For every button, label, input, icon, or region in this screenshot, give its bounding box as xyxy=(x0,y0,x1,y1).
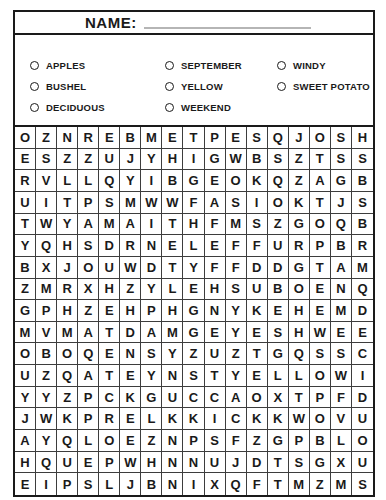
grid-cell[interactable]: I xyxy=(141,214,162,236)
grid-cell[interactable]: K xyxy=(120,387,141,409)
grid-cell[interactable]: N xyxy=(162,430,183,452)
grid-cell[interactable]: W xyxy=(141,192,162,214)
grid-cell[interactable]: E xyxy=(310,300,331,322)
grid-cell[interactable]: R xyxy=(120,235,141,257)
grid-cell[interactable]: J xyxy=(15,408,36,430)
grid-cell[interactable]: O xyxy=(310,127,331,149)
grid-cell[interactable]: H xyxy=(99,279,120,301)
grid-cell[interactable]: S xyxy=(352,192,373,214)
grid-cell[interactable]: N xyxy=(57,127,78,149)
grid-cell[interactable]: Q xyxy=(226,473,247,495)
grid-cell[interactable]: N xyxy=(162,473,183,495)
grid-cell[interactable]: S xyxy=(205,430,226,452)
grid-cell[interactable]: E xyxy=(15,149,36,171)
grid-cell[interactable]: H xyxy=(162,149,183,171)
grid-cell[interactable]: F xyxy=(205,214,226,236)
grid-cell[interactable]: V xyxy=(331,408,352,430)
grid-cell[interactable]: X xyxy=(205,473,226,495)
grid-cell[interactable]: Z xyxy=(226,343,247,365)
grid-cell[interactable]: S xyxy=(78,235,99,257)
grid-cell[interactable]: Q xyxy=(268,127,289,149)
grid-cell[interactable]: Z xyxy=(57,149,78,171)
grid-cell[interactable]: F xyxy=(247,473,268,495)
grid-cell[interactable]: R xyxy=(78,127,99,149)
grid-cell[interactable]: Y xyxy=(226,365,247,387)
grid-cell[interactable]: T xyxy=(99,322,120,344)
grid-cell[interactable]: F xyxy=(183,192,204,214)
circle-bullet-icon[interactable] xyxy=(30,103,39,112)
grid-cell[interactable]: S xyxy=(352,149,373,171)
grid-cell[interactable]: X xyxy=(268,387,289,409)
grid-cell[interactable]: D xyxy=(120,322,141,344)
grid-cell[interactable]: C xyxy=(205,387,226,409)
grid-cell[interactable]: C xyxy=(99,387,120,409)
grid-cell[interactable]: N xyxy=(183,452,204,474)
grid-cell[interactable]: N xyxy=(162,452,183,474)
grid-cell[interactable]: E xyxy=(331,322,352,344)
circle-bullet-icon[interactable] xyxy=(30,82,39,91)
grid-cell[interactable]: G xyxy=(141,387,162,409)
grid-cell[interactable]: O xyxy=(289,279,310,301)
grid-cell[interactable]: A xyxy=(226,387,247,409)
grid-cell[interactable]: Z xyxy=(268,214,289,236)
grid-cell[interactable]: E xyxy=(99,343,120,365)
grid-cell[interactable]: O xyxy=(78,257,99,279)
grid-cell[interactable]: T xyxy=(57,192,78,214)
grid-cell[interactable]: Z xyxy=(289,170,310,192)
grid-cell[interactable]: Q xyxy=(289,343,310,365)
grid-cell[interactable]: Y xyxy=(36,387,57,409)
grid-cell[interactable]: S xyxy=(331,149,352,171)
grid-cell[interactable]: S xyxy=(268,149,289,171)
grid-cell[interactable]: E xyxy=(247,365,268,387)
grid-cell[interactable]: W xyxy=(36,408,57,430)
grid-cell[interactable]: S xyxy=(310,343,331,365)
grid-cell[interactable]: G xyxy=(331,170,352,192)
grid-cell[interactable]: Z xyxy=(141,430,162,452)
grid-cell[interactable]: H xyxy=(289,300,310,322)
grid-cell[interactable]: K xyxy=(268,408,289,430)
grid-cell[interactable]: U xyxy=(247,279,268,301)
grid-cell[interactable]: D xyxy=(352,300,373,322)
grid-cell[interactable]: I xyxy=(183,473,204,495)
grid-cell[interactable]: L xyxy=(99,473,120,495)
grid-cell[interactable]: I xyxy=(352,365,373,387)
grid-cell[interactable]: E xyxy=(205,322,226,344)
grid-cell[interactable]: H xyxy=(289,322,310,344)
grid-cell[interactable]: B xyxy=(331,235,352,257)
grid-cell[interactable]: F xyxy=(247,235,268,257)
grid-cell[interactable]: L xyxy=(183,235,204,257)
grid-cell[interactable]: E xyxy=(162,235,183,257)
grid-cell[interactable]: C xyxy=(183,387,204,409)
grid-cell[interactable]: S xyxy=(352,473,373,495)
grid-cell[interactable]: K xyxy=(162,408,183,430)
grid-cell[interactable]: P xyxy=(141,300,162,322)
grid-cell[interactable]: D xyxy=(247,452,268,474)
grid-cell[interactable]: K xyxy=(247,300,268,322)
grid-cell[interactable]: C xyxy=(352,343,373,365)
grid-cell[interactable]: U xyxy=(99,257,120,279)
grid-cell[interactable]: N xyxy=(141,235,162,257)
grid-cell[interactable]: S xyxy=(183,365,204,387)
grid-cell[interactable]: Z xyxy=(183,343,204,365)
grid-cell[interactable]: Z xyxy=(247,430,268,452)
grid-cell[interactable]: S xyxy=(36,149,57,171)
grid-cell[interactable]: I xyxy=(141,170,162,192)
grid-cell[interactable]: H xyxy=(162,300,183,322)
grid-cell[interactable]: D xyxy=(141,257,162,279)
grid-cell[interactable]: P xyxy=(78,387,99,409)
grid-cell[interactable]: A xyxy=(331,257,352,279)
grid-cell[interactable]: B xyxy=(352,170,373,192)
grid-cell[interactable]: U xyxy=(205,452,226,474)
grid-cell[interactable]: Y xyxy=(226,322,247,344)
grid-cell[interactable]: J xyxy=(120,473,141,495)
grid-cell[interactable]: Z xyxy=(78,300,99,322)
grid-cell[interactable]: P xyxy=(310,387,331,409)
grid-cell[interactable]: T xyxy=(99,365,120,387)
grid-cell[interactable]: J xyxy=(57,257,78,279)
grid-cell[interactable]: T xyxy=(268,473,289,495)
grid-cell[interactable]: E xyxy=(226,127,247,149)
grid-cell[interactable]: G xyxy=(183,300,204,322)
circle-bullet-icon[interactable] xyxy=(277,82,286,91)
grid-cell[interactable]: P xyxy=(289,430,310,452)
grid-cell[interactable]: O xyxy=(99,430,120,452)
grid-cell[interactable]: F xyxy=(205,257,226,279)
grid-cell[interactable]: N xyxy=(331,279,352,301)
grid-cell[interactable]: O xyxy=(268,192,289,214)
grid-cell[interactable]: S xyxy=(247,214,268,236)
grid-cell[interactable]: M xyxy=(141,127,162,149)
grid-cell[interactable]: L xyxy=(162,279,183,301)
grid-cell[interactable]: T xyxy=(183,127,204,149)
grid-cell[interactable]: Z xyxy=(36,365,57,387)
grid-cell[interactable]: B xyxy=(268,279,289,301)
grid-cell[interactable]: Z xyxy=(78,149,99,171)
grid-cell[interactable]: C xyxy=(226,408,247,430)
grid-cell[interactable]: E xyxy=(352,322,373,344)
grid-cell[interactable]: S xyxy=(226,279,247,301)
grid-cell[interactable]: O xyxy=(247,387,268,409)
grid-cell[interactable]: H xyxy=(57,235,78,257)
grid-cell[interactable]: B xyxy=(162,170,183,192)
grid-cell[interactable]: T xyxy=(205,365,226,387)
grid-cell[interactable]: U xyxy=(15,365,36,387)
grid-cell[interactable]: A xyxy=(78,322,99,344)
grid-cell[interactable]: K xyxy=(247,170,268,192)
grid-cell[interactable]: H xyxy=(183,214,204,236)
grid-cell[interactable]: D xyxy=(99,235,120,257)
grid-cell[interactable]: A xyxy=(120,214,141,236)
grid-cell[interactable]: S xyxy=(331,127,352,149)
grid-cell[interactable]: H xyxy=(120,300,141,322)
grid-cell[interactable]: Z xyxy=(310,473,331,495)
grid-cell[interactable]: G xyxy=(183,322,204,344)
grid-cell[interactable]: P xyxy=(99,452,120,474)
grid-cell[interactable]: I xyxy=(205,408,226,430)
grid-cell[interactable]: M xyxy=(226,214,247,236)
grid-cell[interactable]: O xyxy=(352,430,373,452)
grid-cell[interactable]: O xyxy=(310,408,331,430)
grid-cell[interactable]: B xyxy=(352,214,373,236)
grid-cell[interactable]: A xyxy=(78,365,99,387)
grid-cell[interactable]: W xyxy=(289,408,310,430)
grid-cell[interactable]: Z xyxy=(57,387,78,409)
grid-cell[interactable]: S xyxy=(247,127,268,149)
grid-cell[interactable]: G xyxy=(289,214,310,236)
grid-cell[interactable]: N xyxy=(162,365,183,387)
grid-cell[interactable]: E xyxy=(310,279,331,301)
circle-bullet-icon[interactable] xyxy=(165,103,174,112)
grid-cell[interactable]: F xyxy=(226,430,247,452)
grid-cell[interactable]: Z xyxy=(15,279,36,301)
grid-cell[interactable]: Z xyxy=(120,279,141,301)
grid-cell[interactable]: S xyxy=(289,452,310,474)
grid-cell[interactable]: P xyxy=(205,127,226,149)
grid-cell[interactable]: L xyxy=(289,365,310,387)
grid-cell[interactable]: R xyxy=(289,235,310,257)
grid-cell[interactable]: Q xyxy=(352,279,373,301)
grid-cell[interactable]: Y xyxy=(36,430,57,452)
grid-cell[interactable]: Y xyxy=(141,279,162,301)
grid-cell[interactable]: J xyxy=(331,192,352,214)
grid-cell[interactable]: P xyxy=(57,473,78,495)
grid-cell[interactable]: T xyxy=(289,387,310,409)
grid-cell[interactable]: F xyxy=(226,257,247,279)
grid-cell[interactable]: B xyxy=(141,473,162,495)
grid-cell[interactable]: E xyxy=(183,279,204,301)
grid-cell[interactable]: P xyxy=(78,192,99,214)
grid-cell[interactable]: Z xyxy=(289,149,310,171)
grid-cell[interactable]: R xyxy=(352,235,373,257)
grid-cell[interactable]: U xyxy=(268,235,289,257)
grid-cell[interactable]: U xyxy=(99,149,120,171)
grid-cell[interactable]: H xyxy=(141,452,162,474)
grid-cell[interactable]: N xyxy=(205,300,226,322)
grid-cell[interactable]: Y xyxy=(141,365,162,387)
grid-cell[interactable]: I xyxy=(247,192,268,214)
grid-cell[interactable]: M xyxy=(99,214,120,236)
grid-cell[interactable]: P xyxy=(78,408,99,430)
name-input-line[interactable] xyxy=(144,17,311,29)
grid-cell[interactable]: H xyxy=(57,300,78,322)
grid-cell[interactable]: M xyxy=(15,322,36,344)
grid-cell[interactable]: Y xyxy=(57,214,78,236)
grid-cell[interactable]: E xyxy=(205,170,226,192)
grid-cell[interactable]: R xyxy=(57,279,78,301)
grid-cell[interactable]: B xyxy=(36,343,57,365)
grid-cell[interactable]: Y xyxy=(162,343,183,365)
grid-cell[interactable]: L xyxy=(141,408,162,430)
grid-cell[interactable]: Z xyxy=(36,127,57,149)
grid-cell[interactable]: G xyxy=(268,343,289,365)
grid-cell[interactable]: U xyxy=(205,343,226,365)
grid-cell[interactable]: E xyxy=(78,452,99,474)
grid-cell[interactable]: K xyxy=(289,192,310,214)
grid-cell[interactable]: P xyxy=(310,235,331,257)
grid-cell[interactable]: D xyxy=(268,257,289,279)
grid-cell[interactable]: F xyxy=(331,387,352,409)
grid-cell[interactable]: M xyxy=(57,322,78,344)
grid-cell[interactable]: M xyxy=(331,473,352,495)
circle-bullet-icon[interactable] xyxy=(165,82,174,91)
grid-cell[interactable]: M xyxy=(36,279,57,301)
grid-cell[interactable]: O xyxy=(15,343,36,365)
grid-cell[interactable]: U xyxy=(162,387,183,409)
grid-cell[interactable]: N xyxy=(120,343,141,365)
grid-cell[interactable]: O xyxy=(15,127,36,149)
grid-cell[interactable]: G xyxy=(310,452,331,474)
grid-cell[interactable]: L xyxy=(268,365,289,387)
grid-cell[interactable]: E xyxy=(120,365,141,387)
grid-cell[interactable]: P xyxy=(183,430,204,452)
grid-cell[interactable]: F xyxy=(226,235,247,257)
grid-cell[interactable]: A xyxy=(205,192,226,214)
grid-cell[interactable]: S xyxy=(268,322,289,344)
grid-cell[interactable]: T xyxy=(247,343,268,365)
grid-cell[interactable]: G xyxy=(183,170,204,192)
grid-cell[interactable]: L xyxy=(78,430,99,452)
grid-cell[interactable]: A xyxy=(15,430,36,452)
grid-cell[interactable]: A xyxy=(78,214,99,236)
grid-cell[interactable]: U xyxy=(352,452,373,474)
grid-cell[interactable]: T xyxy=(162,214,183,236)
grid-cell[interactable]: Y xyxy=(183,257,204,279)
circle-bullet-icon[interactable] xyxy=(277,61,286,70)
grid-cell[interactable]: O xyxy=(310,365,331,387)
grid-cell[interactable]: V xyxy=(36,170,57,192)
grid-cell[interactable]: J xyxy=(120,149,141,171)
grid-cell[interactable]: M xyxy=(120,192,141,214)
grid-cell[interactable]: J xyxy=(226,452,247,474)
grid-cell[interactable]: S xyxy=(331,343,352,365)
grid-cell[interactable]: Y xyxy=(120,170,141,192)
grid-cell[interactable]: G xyxy=(15,300,36,322)
grid-cell[interactable]: Y xyxy=(226,300,247,322)
circle-bullet-icon[interactable] xyxy=(165,61,174,70)
grid-cell[interactable]: E xyxy=(247,322,268,344)
grid-cell[interactable]: X xyxy=(78,279,99,301)
grid-cell[interactable]: T xyxy=(310,257,331,279)
grid-cell[interactable]: P xyxy=(36,300,57,322)
grid-cell[interactable]: E xyxy=(205,235,226,257)
grid-cell[interactable]: W xyxy=(36,214,57,236)
grid-cell[interactable]: G xyxy=(289,257,310,279)
grid-cell[interactable]: S xyxy=(99,192,120,214)
grid-cell[interactable]: B xyxy=(310,430,331,452)
grid-cell[interactable]: X xyxy=(331,452,352,474)
grid-cell[interactable]: S xyxy=(78,473,99,495)
grid-cell[interactable]: Q xyxy=(331,214,352,236)
grid-cell[interactable]: B xyxy=(247,149,268,171)
grid-cell[interactable]: T xyxy=(268,452,289,474)
grid-cell[interactable]: E xyxy=(162,127,183,149)
grid-cell[interactable]: O xyxy=(226,170,247,192)
grid-cell[interactable]: Q xyxy=(99,170,120,192)
grid-cell[interactable]: E xyxy=(268,300,289,322)
grid-cell[interactable]: B xyxy=(15,257,36,279)
grid-cell[interactable]: E xyxy=(120,408,141,430)
grid-cell[interactable]: M xyxy=(289,473,310,495)
grid-cell[interactable]: A xyxy=(141,322,162,344)
grid-cell[interactable]: G xyxy=(205,149,226,171)
grid-cell[interactable]: Q xyxy=(268,170,289,192)
grid-cell[interactable]: E xyxy=(120,430,141,452)
grid-cell[interactable]: Y xyxy=(15,235,36,257)
grid-cell[interactable]: I xyxy=(36,473,57,495)
grid-cell[interactable]: K xyxy=(57,408,78,430)
grid-cell[interactable]: E xyxy=(15,473,36,495)
grid-cell[interactable]: Q xyxy=(57,365,78,387)
grid-cell[interactable]: D xyxy=(352,387,373,409)
grid-cell[interactable]: B xyxy=(120,127,141,149)
grid-cell[interactable]: T xyxy=(310,192,331,214)
grid-cell[interactable]: M xyxy=(352,257,373,279)
grid-cell[interactable]: U xyxy=(15,192,36,214)
grid-cell[interactable]: W xyxy=(162,192,183,214)
grid-cell[interactable]: H xyxy=(352,127,373,149)
grid-cell[interactable]: Q xyxy=(36,452,57,474)
grid-cell[interactable]: I xyxy=(183,149,204,171)
grid-cell[interactable]: L xyxy=(331,430,352,452)
grid-cell[interactable]: M xyxy=(331,300,352,322)
grid-cell[interactable]: S xyxy=(141,343,162,365)
grid-cell[interactable]: T xyxy=(310,149,331,171)
grid-cell[interactable]: W xyxy=(310,322,331,344)
grid-cell[interactable]: Y xyxy=(141,149,162,171)
grid-cell[interactable]: Q xyxy=(57,430,78,452)
grid-cell[interactable]: R xyxy=(15,170,36,192)
grid-cell[interactable]: K xyxy=(247,408,268,430)
grid-cell[interactable]: L xyxy=(57,170,78,192)
grid-cell[interactable]: Q xyxy=(78,343,99,365)
grid-cell[interactable]: L xyxy=(78,170,99,192)
grid-cell[interactable]: V xyxy=(36,322,57,344)
grid-cell[interactable]: M xyxy=(162,322,183,344)
grid-cell[interactable]: O xyxy=(57,343,78,365)
grid-cell[interactable]: H xyxy=(15,452,36,474)
grid-cell[interactable]: T xyxy=(162,257,183,279)
grid-cell[interactable]: I xyxy=(36,192,57,214)
grid-cell[interactable]: X xyxy=(36,257,57,279)
grid-cell[interactable]: E xyxy=(99,300,120,322)
grid-cell[interactable]: R xyxy=(99,408,120,430)
grid-cell[interactable]: S xyxy=(226,192,247,214)
grid-cell[interactable]: H xyxy=(205,279,226,301)
grid-cell[interactable]: D xyxy=(247,257,268,279)
grid-cell[interactable]: T xyxy=(15,214,36,236)
grid-cell[interactable]: U xyxy=(352,408,373,430)
grid-cell[interactable]: E xyxy=(99,127,120,149)
grid-cell[interactable]: U xyxy=(57,452,78,474)
grid-cell[interactable]: K xyxy=(183,408,204,430)
grid-cell[interactable]: W xyxy=(120,452,141,474)
grid-cell[interactable]: A xyxy=(310,170,331,192)
word-label: SEPTEMBER xyxy=(181,60,242,71)
grid-cell[interactable]: Q xyxy=(36,235,57,257)
grid-cell[interactable]: W xyxy=(331,365,352,387)
grid-cell[interactable]: Y xyxy=(15,387,36,409)
grid-cell[interactable]: O xyxy=(310,214,331,236)
grid-cell[interactable]: W xyxy=(226,149,247,171)
circle-bullet-icon[interactable] xyxy=(30,61,39,70)
word-item-windy: WINDY xyxy=(277,60,373,71)
grid-cell[interactable]: J xyxy=(289,127,310,149)
grid-cell[interactable]: G xyxy=(268,430,289,452)
grid-cell[interactable]: W xyxy=(120,257,141,279)
